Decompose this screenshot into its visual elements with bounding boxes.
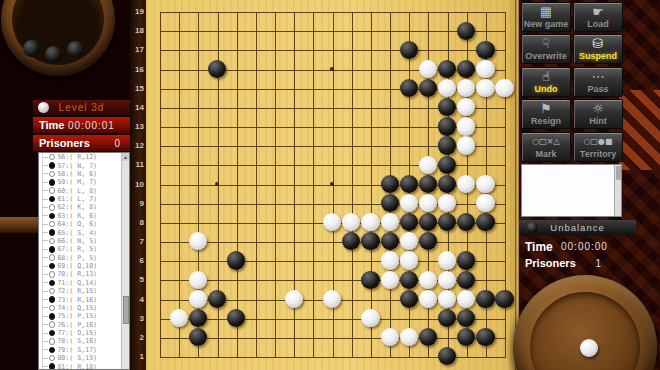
white-stone	[419, 60, 437, 78]
row-label-7: 7	[130, 237, 144, 246]
move-list-item[interactable]: 67:( R, 5)	[39, 245, 129, 253]
black-move-icon	[49, 179, 55, 185]
black-stone	[400, 290, 418, 308]
move-text: 77:( O,15)	[57, 329, 97, 337]
button-label: New game	[522, 20, 570, 29]
move-text: 80:( S,15)	[57, 354, 97, 362]
white-stone	[400, 194, 418, 212]
move-text: 56:( R,12)	[57, 153, 97, 161]
table-edge-highlight	[0, 217, 38, 233]
star-point	[330, 182, 334, 186]
black-move-icon	[49, 280, 55, 286]
move-list-item[interactable]: 66:( N, 5)	[39, 237, 129, 245]
row-label-18: 18	[130, 26, 144, 35]
row-label-9: 9	[130, 199, 144, 208]
level-bar: Level 3d	[33, 100, 130, 115]
move-text: 57:( N, 7)	[57, 162, 97, 170]
button-label: Hint	[574, 117, 622, 126]
black-stone	[400, 41, 418, 59]
move-text: 66:( N, 5)	[57, 237, 97, 245]
move-list-item[interactable]: 79:( S,17)	[39, 346, 129, 354]
white-stone	[457, 79, 475, 97]
black-stone	[189, 328, 207, 346]
white-stone	[323, 213, 341, 231]
white-stone	[476, 175, 494, 193]
time-label: Time	[39, 119, 64, 131]
white-stone	[457, 117, 475, 135]
move-list-item[interactable]: 76:( P,16)	[39, 321, 129, 329]
black-stone	[438, 136, 456, 154]
tablecloth-bright-patch	[619, 90, 660, 170]
white-stone	[381, 271, 399, 289]
resign-button[interactable]: ⚑Resign	[521, 99, 571, 129]
button-label: Mark	[522, 150, 570, 159]
black-stone	[189, 309, 207, 327]
row-label-10: 10	[130, 180, 144, 189]
row-label-1: 1	[130, 352, 144, 361]
black-stone	[419, 213, 437, 231]
white-stone	[457, 175, 475, 193]
row-label-3: 3	[130, 314, 144, 323]
white-move-icon	[49, 305, 55, 311]
black-move-icon	[49, 263, 55, 269]
move-text: 81:( R,18)	[57, 363, 97, 370]
white-stone	[457, 136, 475, 154]
black-stone	[457, 213, 475, 231]
prisoners-label: Prisoners	[39, 137, 90, 149]
white-stone	[285, 290, 303, 308]
black-move-icon	[49, 347, 55, 353]
go-game-screen: Level 3d Time 00:00:01 Prisoners 0 56:( …	[0, 0, 660, 370]
move-text: 78:( S,16)	[57, 337, 97, 345]
white-stone	[189, 290, 207, 308]
territory-shapes-icon: ○□●■	[574, 133, 622, 150]
territory-button[interactable]: ○□●■Territory	[573, 132, 623, 162]
go-board[interactable]	[146, 0, 517, 370]
row-label-5: 5	[130, 275, 144, 284]
grid-board-icon: ▦	[522, 3, 570, 20]
white-stone	[361, 309, 379, 327]
row-label-16: 16	[130, 65, 144, 74]
move-list-item[interactable]: 64:( Q, 6)	[39, 220, 129, 228]
move-list-item[interactable]: 73:( R,16)	[39, 295, 129, 303]
move-text: 60:( L, 8)	[57, 187, 97, 195]
move-text: 69:( Q,10)	[57, 262, 97, 270]
move-list-item[interactable]: 78:( S,16)	[39, 337, 129, 345]
move-text: 79:( S,17)	[57, 346, 97, 354]
black-stone	[438, 175, 456, 193]
white-stone	[381, 328, 399, 346]
black-move-icon	[49, 330, 55, 336]
white-move-icon	[49, 355, 55, 361]
move-list-item[interactable]: 58:( N, 6)	[39, 170, 129, 178]
white-move-icon	[49, 171, 55, 177]
move-list-item[interactable]: 68:( P, 5)	[39, 254, 129, 262]
black-move-icon	[49, 246, 55, 252]
row-label-8: 8	[130, 218, 144, 227]
black-stone	[457, 328, 475, 346]
move-list-item[interactable]: 57:( N, 7)	[39, 161, 129, 169]
black-stone	[361, 232, 379, 250]
white-move-icon	[49, 254, 55, 260]
move-text: 58:( N, 6)	[57, 170, 97, 178]
black-stone	[227, 309, 245, 327]
hand-undo-icon: ☝	[522, 68, 570, 85]
white-time-bar: Time 00:00:01	[33, 117, 130, 133]
button-label: Load	[574, 20, 622, 29]
black-move-icon	[49, 196, 55, 202]
black-stone	[438, 98, 456, 116]
white-move-icon	[49, 187, 55, 193]
white-stone	[438, 79, 456, 97]
undo-button[interactable]: ☝Undo	[521, 67, 571, 97]
speech-bubble-icon: ⋯	[574, 68, 622, 85]
white-stone	[476, 79, 494, 97]
move-list-item[interactable]: 71:( Q,14)	[39, 279, 129, 287]
move-text: 64:( Q, 6)	[57, 220, 97, 228]
flag-icon: ⚑	[522, 100, 570, 117]
white-move-icon	[49, 338, 55, 344]
white-move-icon	[49, 204, 55, 210]
move-list-item[interactable]: 59:( M, 7)	[39, 178, 129, 186]
move-list-item[interactable]: 63:( R, 6)	[39, 212, 129, 220]
white-stone	[400, 232, 418, 250]
white-stone-in-bowl	[580, 339, 598, 357]
move-list-item[interactable]: 81:( R,18)	[39, 362, 129, 370]
move-list-item[interactable]: 56:( R,12)	[39, 153, 129, 161]
white-stone	[419, 271, 437, 289]
row-label-19: 19	[130, 7, 144, 16]
button-label: Resign	[522, 117, 570, 126]
load-button[interactable]: ☛Load	[573, 2, 623, 32]
prisoners-label: Prisoners	[525, 257, 576, 269]
mark-button[interactable]: ○□×△Mark	[521, 132, 571, 162]
black-stone	[438, 309, 456, 327]
white-stone	[438, 290, 456, 308]
move-text: 68:( P, 5)	[57, 254, 97, 262]
white-stone	[400, 251, 418, 269]
move-list[interactable]: 56:( R,12)57:( N, 7)58:( N, 6)59:( M, 7)…	[38, 152, 130, 370]
move-text: 73:( R,16)	[57, 296, 97, 304]
black-stone	[476, 41, 494, 59]
move-list-rows: 56:( R,12)57:( N, 7)58:( N, 6)59:( M, 7)…	[39, 153, 129, 370]
black-stone	[457, 271, 475, 289]
stone-bowl-icon: ⛁	[574, 35, 622, 52]
info-box-scrollbar[interactable]	[614, 165, 621, 216]
black-stone	[400, 213, 418, 231]
scrollbar-thumb[interactable]	[123, 296, 129, 324]
hint-button[interactable]: ☼Hint	[573, 99, 623, 129]
move-text: 71:( Q,14)	[57, 279, 97, 287]
row-label-11: 11	[130, 160, 144, 169]
move-list-item[interactable]: 80:( S,15)	[39, 354, 129, 362]
move-list-item[interactable]: 75:( P,15)	[39, 312, 129, 320]
black-stone	[438, 347, 456, 365]
captured-black-stone	[67, 41, 84, 58]
move-list-item[interactable]: 69:( Q,10)	[39, 262, 129, 270]
white-stone	[381, 251, 399, 269]
captured-black-stone	[23, 40, 40, 57]
white-stone	[476, 194, 494, 212]
move-text: 59:( M, 7)	[57, 178, 97, 186]
time-label: Time	[525, 240, 553, 254]
white-move-icon	[49, 321, 55, 327]
row-label-6: 6	[130, 256, 144, 265]
white-move-icon	[49, 238, 55, 244]
row-label-15: 15	[130, 84, 144, 93]
black-stone	[438, 156, 456, 174]
black-stone	[208, 290, 226, 308]
move-list-item[interactable]: 61:( L, 7)	[39, 195, 129, 203]
board-right-edge	[515, 0, 519, 370]
white-move-icon	[49, 288, 55, 294]
white-stone	[476, 60, 494, 78]
white-stone	[189, 232, 207, 250]
black-stone	[400, 175, 418, 193]
row-label-14: 14	[130, 103, 144, 112]
white-stone-bowl-interior	[530, 292, 640, 370]
button-label: Undo	[522, 85, 570, 94]
star-point	[330, 67, 334, 71]
lightbulb-icon: ☼	[574, 100, 622, 117]
move-list-item[interactable]: 74:( Q,15)	[39, 304, 129, 312]
move-text: 62:( K, 8)	[57, 203, 97, 211]
white-stone	[342, 213, 360, 231]
time-value: 00:00:00	[561, 241, 608, 252]
white-prisoners-bar: Prisoners 0	[33, 135, 130, 151]
black-stone	[419, 328, 437, 346]
black-stone	[419, 79, 437, 97]
white-stone	[495, 79, 513, 97]
move-text: 75:( P,15)	[57, 312, 97, 320]
black-stone	[381, 175, 399, 193]
move-text: 72:( R,15)	[57, 287, 97, 295]
black-stone	[381, 232, 399, 250]
white-stone	[419, 290, 437, 308]
black-stone	[457, 60, 475, 78]
captured-black-stone	[45, 46, 62, 63]
move-text: 74:( Q,15)	[57, 304, 97, 312]
black-stone	[419, 232, 437, 250]
black-stone	[381, 194, 399, 212]
black-move-icon	[49, 363, 55, 369]
button-label: Territory	[574, 150, 622, 159]
move-list-item[interactable]: 72:( R,15)	[39, 287, 129, 295]
move-text: 76:( P,16)	[57, 321, 97, 329]
new-game-button[interactable]: ▦New game	[521, 2, 571, 32]
unbalance-label: Unbalance	[519, 222, 636, 233]
move-list-item[interactable]: 77:( O,15)	[39, 329, 129, 337]
black-stone	[438, 213, 456, 231]
white-stone	[400, 328, 418, 346]
info-box	[521, 164, 622, 217]
level-label: Level 3d	[33, 102, 130, 113]
black-move-icon	[49, 313, 55, 319]
button-label: Overwrite	[522, 52, 570, 61]
black-move-icon	[49, 296, 55, 302]
scroll-up-icon[interactable]: ▲	[122, 153, 129, 161]
black-stone	[342, 232, 360, 250]
white-stone	[438, 194, 456, 212]
black-stone	[438, 60, 456, 78]
move-text: 61:( L, 7)	[57, 195, 97, 203]
move-text: 65:( S, 4)	[57, 229, 97, 237]
white-move-icon	[49, 154, 55, 160]
prisoners-value: 0	[114, 138, 120, 149]
white-stone	[419, 194, 437, 212]
button-label: Suspend	[574, 52, 622, 61]
overwrite-button[interactable]: ☟Overwrite	[521, 34, 571, 64]
mark-shapes-icon: ○□×△	[522, 133, 570, 150]
move-list-item[interactable]: 62:( K, 8)	[39, 203, 129, 211]
black-stone	[495, 290, 513, 308]
black-stone	[361, 271, 379, 289]
white-stone	[381, 213, 399, 231]
black-stone	[400, 271, 418, 289]
white-stone	[438, 251, 456, 269]
move-text: 63:( R, 6)	[57, 212, 97, 220]
black-stone	[476, 328, 494, 346]
prisoners-value: 1	[595, 258, 601, 269]
black-stone	[400, 79, 418, 97]
white-stone	[457, 290, 475, 308]
star-point	[215, 182, 219, 186]
black-prisoners-bar: Prisoners 1	[519, 255, 636, 270]
black-stone	[457, 309, 475, 327]
white-move-icon	[49, 221, 55, 227]
black-stone	[227, 251, 245, 269]
move-list-item[interactable]: 70:( R,13)	[39, 270, 129, 278]
row-label-4: 4	[130, 295, 144, 304]
black-stone	[438, 117, 456, 135]
row-label-12: 12	[130, 141, 144, 150]
hand-load-icon: ☛	[574, 3, 622, 20]
move-text: 67:( R, 5)	[57, 245, 97, 253]
black-stone	[476, 213, 494, 231]
white-stone	[438, 271, 456, 289]
white-stone	[419, 156, 437, 174]
white-stone	[361, 213, 379, 231]
suspend-button[interactable]: ⛁Suspend	[573, 34, 623, 64]
black-move-icon	[49, 213, 55, 219]
row-coordinate-labels: 19181716151413121110987654321	[130, 0, 146, 370]
black-time-bar: Time 00:00:00	[519, 238, 636, 253]
row-label-17: 17	[130, 45, 144, 54]
button-label: Pass	[574, 85, 622, 94]
move-list-item[interactable]: 60:( L, 8)	[39, 187, 129, 195]
time-value: 00:00:01	[68, 120, 115, 131]
black-stone	[419, 175, 437, 193]
move-list-scrollbar[interactable]: ▲	[121, 153, 129, 369]
pass-button[interactable]: ⋯Pass	[573, 67, 623, 97]
board-cell-grid	[150, 2, 514, 366]
row-label-2: 2	[130, 333, 144, 342]
white-move-icon	[49, 271, 55, 277]
black-stone	[457, 251, 475, 269]
move-list-item[interactable]: 65:( S, 4)	[39, 228, 129, 236]
row-label-13: 13	[130, 122, 144, 131]
white-stone	[189, 271, 207, 289]
black-move-icon	[49, 229, 55, 235]
black-stone	[476, 290, 494, 308]
unbalance-bar: Unbalance	[519, 220, 636, 235]
hand-save-icon: ☟	[522, 35, 570, 52]
move-text: 70:( R,13)	[57, 270, 97, 278]
white-stone	[323, 290, 341, 308]
white-stone	[457, 98, 475, 116]
black-stone	[457, 22, 475, 40]
white-stone	[170, 309, 188, 327]
black-move-icon	[49, 162, 55, 168]
black-stone	[208, 60, 226, 78]
